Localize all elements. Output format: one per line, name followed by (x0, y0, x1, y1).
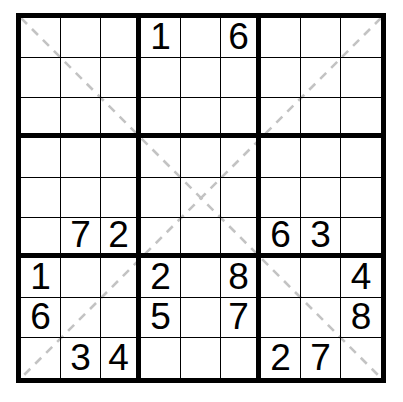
cell-r5c8[interactable] (301, 178, 341, 218)
cell-r5c9[interactable] (341, 178, 381, 218)
cell-r5c4[interactable] (141, 178, 181, 218)
cell-r2c5[interactable] (181, 58, 221, 98)
cell-r5c7[interactable] (261, 178, 301, 218)
cell-r1c5[interactable] (181, 18, 221, 58)
cell-r9c8[interactable]: 7 (301, 338, 341, 378)
cell-r9c1[interactable] (21, 338, 61, 378)
cell-r2c4[interactable] (141, 58, 181, 98)
cell-r3c6[interactable] (221, 98, 261, 138)
given-digit: 7 (310, 339, 331, 376)
page: 167263128465783427 (0, 0, 403, 402)
cell-r4c4[interactable] (141, 138, 181, 178)
cell-r8c5[interactable] (181, 298, 221, 338)
cell-r5c6[interactable] (221, 178, 261, 218)
cell-r2c3[interactable] (101, 58, 141, 98)
cell-r7c5[interactable] (181, 258, 221, 298)
cell-r9c4[interactable] (141, 338, 181, 378)
cell-r9c9[interactable] (341, 338, 381, 378)
given-digit: 6 (270, 216, 291, 253)
cell-r3c1[interactable] (21, 98, 61, 138)
cell-r6c4[interactable] (141, 218, 181, 258)
cell-r4c7[interactable] (261, 138, 301, 178)
cell-r4c8[interactable] (301, 138, 341, 178)
cell-r9c6[interactable] (221, 338, 261, 378)
given-digit: 8 (228, 258, 249, 295)
cell-r2c9[interactable] (341, 58, 381, 98)
cell-r6c7[interactable]: 6 (261, 218, 301, 258)
cell-r2c7[interactable] (261, 58, 301, 98)
cell-r7c1[interactable]: 1 (21, 258, 61, 298)
cell-r8c4[interactable]: 5 (141, 298, 181, 338)
given-digit: 4 (108, 339, 129, 376)
cell-r8c8[interactable] (301, 298, 341, 338)
given-digit: 5 (150, 298, 171, 335)
cell-r1c7[interactable] (261, 18, 301, 58)
cell-r3c7[interactable] (261, 98, 301, 138)
given-digit: 4 (351, 258, 372, 295)
cell-r5c3[interactable] (101, 178, 141, 218)
cell-r6c2[interactable]: 7 (61, 218, 101, 258)
cell-r7c7[interactable] (261, 258, 301, 298)
cell-r6c9[interactable] (341, 218, 381, 258)
cell-r8c7[interactable] (261, 298, 301, 338)
cell-r1c2[interactable] (61, 18, 101, 58)
cell-r7c8[interactable] (301, 258, 341, 298)
cell-r6c5[interactable] (181, 218, 221, 258)
cell-r3c2[interactable] (61, 98, 101, 138)
cell-r9c3[interactable]: 4 (101, 338, 141, 378)
cell-r3c9[interactable] (341, 98, 381, 138)
cell-r6c1[interactable] (21, 218, 61, 258)
cell-r4c6[interactable] (221, 138, 261, 178)
cell-r8c2[interactable] (61, 298, 101, 338)
given-digit: 6 (228, 18, 249, 55)
cell-r2c8[interactable] (301, 58, 341, 98)
cell-r1c3[interactable] (101, 18, 141, 58)
cell-r1c6[interactable]: 6 (221, 18, 261, 58)
cell-r4c2[interactable] (61, 138, 101, 178)
given-digit: 2 (270, 339, 291, 376)
cell-r8c9[interactable]: 8 (341, 298, 381, 338)
cell-r5c2[interactable] (61, 178, 101, 218)
cell-r4c3[interactable] (101, 138, 141, 178)
cell-r6c6[interactable] (221, 218, 261, 258)
cell-r3c3[interactable] (101, 98, 141, 138)
sudoku-board: 167263128465783427 (16, 13, 386, 383)
cell-r6c8[interactable]: 3 (301, 218, 341, 258)
cell-r9c2[interactable]: 3 (61, 338, 101, 378)
cell-r3c4[interactable] (141, 98, 181, 138)
cell-r4c1[interactable] (21, 138, 61, 178)
given-digit: 7 (70, 216, 91, 253)
cell-r8c1[interactable]: 6 (21, 298, 61, 338)
cell-r1c9[interactable] (341, 18, 381, 58)
cell-r6c3[interactable]: 2 (101, 218, 141, 258)
cell-r8c6[interactable]: 7 (221, 298, 261, 338)
cell-r3c5[interactable] (181, 98, 221, 138)
cell-r7c6[interactable]: 8 (221, 258, 261, 298)
cell-r7c2[interactable] (61, 258, 101, 298)
given-digit: 3 (310, 216, 331, 253)
cell-r7c3[interactable] (101, 258, 141, 298)
cell-r9c7[interactable]: 2 (261, 338, 301, 378)
cell-r1c1[interactable] (21, 18, 61, 58)
cell-r5c5[interactable] (181, 178, 221, 218)
cell-r2c6[interactable] (221, 58, 261, 98)
given-digit: 2 (108, 216, 129, 253)
given-digit: 6 (30, 298, 51, 335)
cell-r5c1[interactable] (21, 178, 61, 218)
cell-r1c4[interactable]: 1 (141, 18, 181, 58)
cell-r9c5[interactable] (181, 338, 221, 378)
given-digit: 3 (70, 339, 91, 376)
given-digit: 1 (150, 18, 171, 55)
given-digit: 1 (30, 258, 51, 295)
cell-r4c5[interactable] (181, 138, 221, 178)
given-digit: 7 (228, 298, 249, 335)
cell-r8c3[interactable] (101, 298, 141, 338)
given-digit: 8 (351, 298, 372, 335)
cell-r2c1[interactable] (21, 58, 61, 98)
given-digit: 2 (150, 258, 171, 295)
cell-r1c8[interactable] (301, 18, 341, 58)
cell-r7c9[interactable]: 4 (341, 258, 381, 298)
cell-r4c9[interactable] (341, 138, 381, 178)
cell-r3c8[interactable] (301, 98, 341, 138)
cell-r2c2[interactable] (61, 58, 101, 98)
cell-r7c4[interactable]: 2 (141, 258, 181, 298)
